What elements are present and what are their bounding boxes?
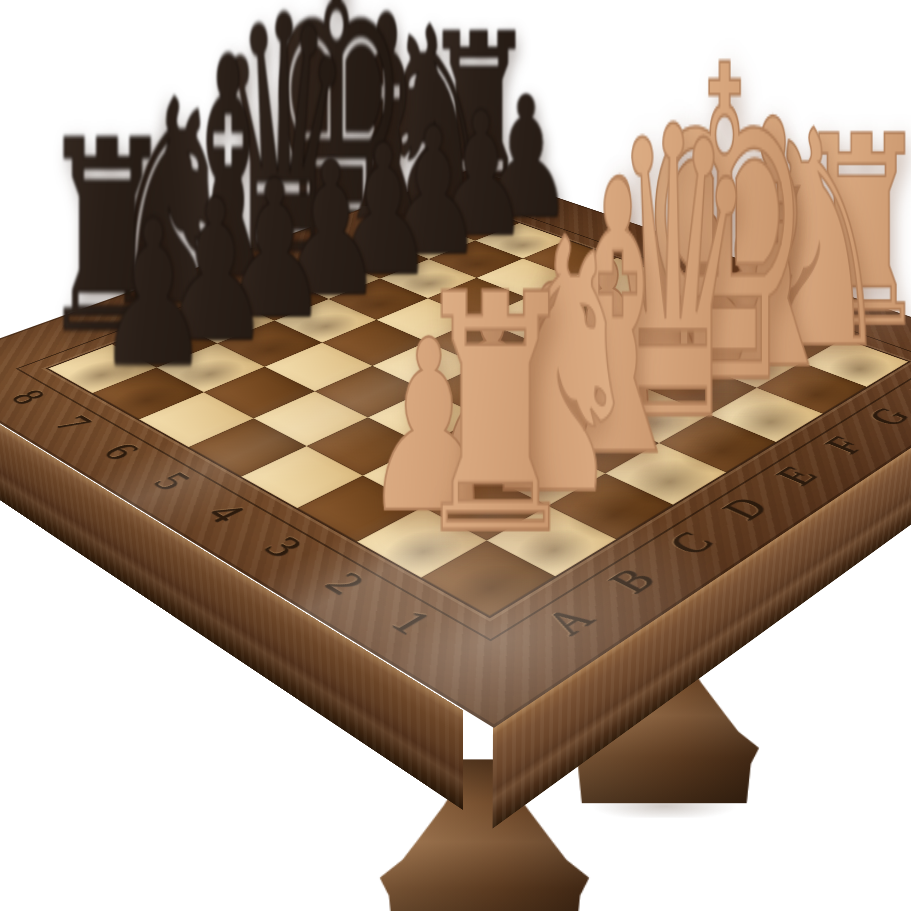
chess-board-3d: 12345678 ABCDEFGH ♜♞♝♛♚♝♞♜♟♟♟♟♟♟♟♟♟♟♟♟♟♟… xyxy=(0,169,911,728)
pieces-layer: ♜♞♝♛♚♝♞♜♟♟♟♟♟♟♟♟♟♟♟♟♟♟♟♟♜♞♝♛♚♝♞♜ xyxy=(0,169,911,728)
white-rook-glyph: ♜ xyxy=(245,253,746,581)
product-photo-scene: 12345678 ABCDEFGH ♜♞♝♛♚♝♞♜♟♟♟♟♟♟♟♟♟♟♟♟♟♟… xyxy=(0,0,911,911)
